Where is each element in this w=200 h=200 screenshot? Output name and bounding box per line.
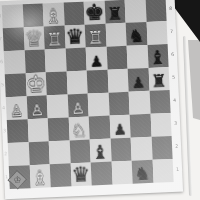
rank-label-7: 7	[167, 30, 176, 35]
board-logo: ♔	[8, 167, 27, 192]
piece-black-rook-f8: ♜	[107, 5, 124, 24]
chess-board: ♗♕♖♖♔♙♙♙♘♗♚♜♛♞♟♝♜♟♟♝♛♞ 87654321 87654321…	[0, 0, 183, 199]
piece-white-king-b5: ♔	[26, 73, 47, 96]
piece-black-bishop-e2: ♝	[92, 142, 110, 162]
piece-white-rook-e7: ♖	[87, 29, 104, 48]
piece-white-pawn-d4: ♙	[71, 101, 85, 117]
piece-black-queen-d7: ♛	[65, 26, 85, 48]
rank-label-6: 6	[0, 60, 4, 65]
crown-logo-icon: ♔	[13, 175, 21, 184]
rank-label-3: 3	[171, 122, 180, 127]
rank-label-2: 2	[3, 152, 8, 157]
rank-label-3: 3	[2, 129, 7, 134]
rank-label-1: 1	[173, 168, 182, 173]
piece-black-knight-g7: ♞	[128, 27, 145, 46]
piece-black-rook-h5: ♜	[150, 72, 167, 91]
rank-label-4: 4	[170, 99, 179, 104]
piece-white-bishop-b1: ♗	[31, 168, 49, 188]
rank-label-2: 2	[172, 145, 181, 150]
piece-black-bishop-h6: ♝	[149, 48, 167, 68]
rank-label-5: 5	[0, 83, 5, 88]
board-photo: ♗♕♖♖♔♙♙♙♘♗♚♜♛♞♟♝♜♟♟♝♛♞ 87654321 87654321…	[0, 0, 200, 200]
piece-white-pawn-a4: ♙	[10, 104, 24, 120]
rank-label-4: 4	[1, 106, 6, 111]
rank-label-6: 6	[168, 53, 177, 58]
piece-white-pawn-b4: ♙	[30, 103, 44, 119]
rank-label-8: 8	[166, 7, 175, 12]
rank-label-5: 5	[169, 76, 178, 81]
piece-black-pawn-g5: ♟	[131, 76, 145, 92]
piece-white-rook-c7: ♖	[46, 30, 63, 49]
piece-white-queen-b7: ♕	[24, 28, 44, 50]
piece-white-bishop-c8: ♗	[45, 6, 63, 26]
piece-black-queen-d1: ♛	[71, 164, 91, 186]
rank-label-7: 7	[0, 37, 3, 42]
piece-black-pawn-f3: ♟	[113, 122, 127, 138]
piece-black-knight-g1: ♞	[134, 165, 151, 184]
pieces-layer: ♗♕♖♖♔♙♙♙♘♗♚♜♛♞♟♝♜♟♟♝♛♞	[2, 0, 174, 189]
piece-white-knight-d3: ♘	[71, 121, 88, 140]
piece-black-pawn-e6: ♟	[90, 54, 104, 70]
piece-black-king-e8: ♚	[84, 2, 105, 25]
rank-label-8: 8	[0, 14, 2, 19]
